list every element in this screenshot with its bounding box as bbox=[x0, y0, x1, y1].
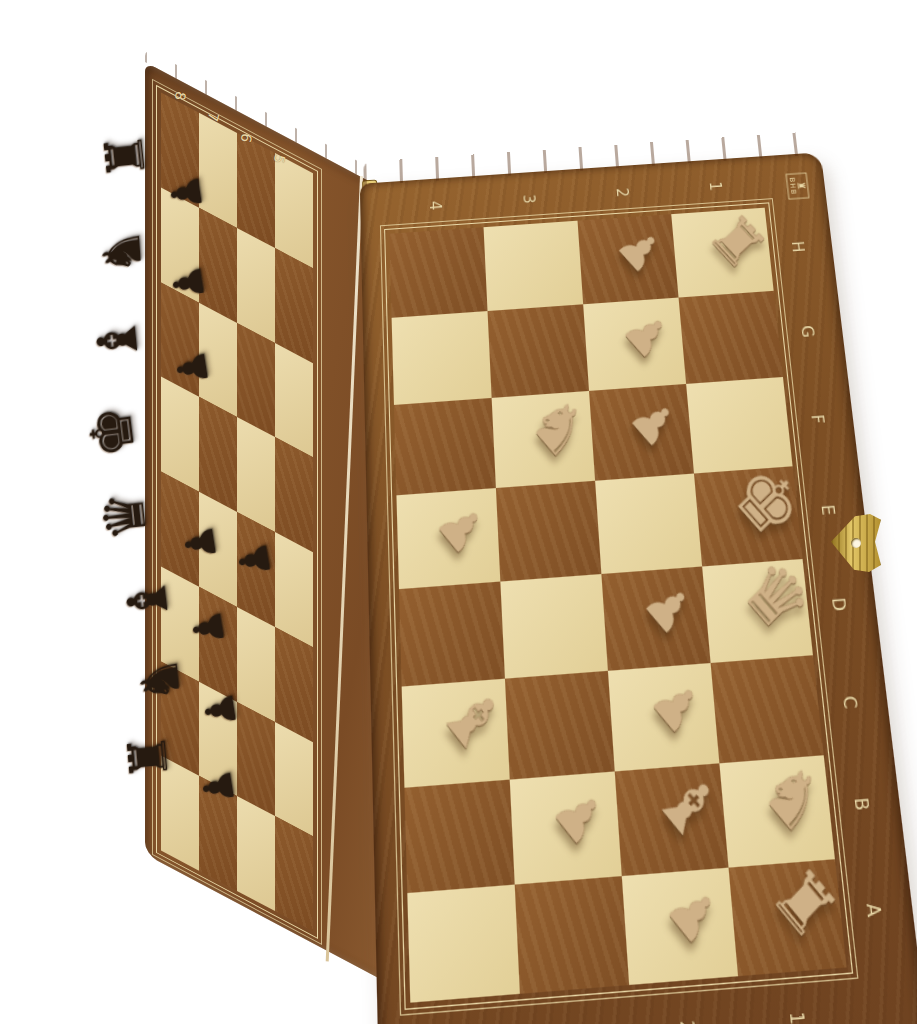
white-pawn-f2: ♟ bbox=[621, 389, 686, 456]
file-label-D: D bbox=[828, 597, 849, 612]
square-b2: ♝ bbox=[615, 763, 729, 876]
white-pawn-a2: ♟ bbox=[657, 874, 729, 955]
square-b1: ♞ bbox=[719, 755, 835, 867]
square-c4: ♝ bbox=[402, 679, 510, 788]
square-a2: ♟ bbox=[622, 868, 738, 985]
left-leaf-squares bbox=[161, 93, 313, 932]
bhb-text: BHB bbox=[788, 177, 797, 195]
rank-label-bottom-1: 1 bbox=[785, 1011, 807, 1024]
square-h2: ♟ bbox=[578, 214, 679, 304]
square-c1 bbox=[711, 655, 824, 763]
file-label-G: G bbox=[797, 325, 817, 339]
black-pawn-g7: ♟ bbox=[165, 262, 210, 304]
square-b3: ♟ bbox=[510, 771, 622, 884]
rank-label-top-1: 1 bbox=[706, 181, 725, 192]
white-rook-a1: ♜ bbox=[760, 855, 847, 954]
black-king-e8: ♚ bbox=[80, 403, 144, 462]
right-board-leaf: ♟♜♟♞♟♟♚♟♛♝♟♟♝♞♟♜ 43214321HGFEDCBA ♜ BHB bbox=[360, 152, 917, 1024]
file-label-A: A bbox=[862, 903, 884, 918]
black-pawn-f7: ♟ bbox=[169, 347, 214, 389]
white-pawn-h2: ♟ bbox=[608, 219, 671, 281]
square-g2: ♟ bbox=[583, 298, 686, 391]
square-a3 bbox=[515, 876, 629, 994]
square-a1: ♜ bbox=[729, 859, 847, 976]
square-g1 bbox=[679, 291, 783, 384]
square-a5 bbox=[275, 816, 313, 931]
square-g4 bbox=[392, 311, 492, 405]
square-h3 bbox=[484, 221, 584, 311]
square-b4 bbox=[404, 780, 514, 893]
black-rook-h8: ♜ bbox=[97, 130, 154, 182]
square-e4: ♟ bbox=[396, 488, 500, 589]
black-pawn-d7: ♟ bbox=[177, 522, 222, 564]
square-f4 bbox=[394, 398, 496, 495]
file-label-H: H bbox=[788, 241, 808, 254]
black-bishop-f8: ♝ bbox=[89, 313, 148, 367]
white-pawn-b3: ♟ bbox=[544, 778, 614, 856]
black-knight-b8: ♞ bbox=[132, 655, 188, 706]
square-d1: ♛ bbox=[702, 559, 813, 663]
black-queen-d8: ♛ bbox=[95, 488, 156, 544]
square-d3 bbox=[500, 574, 608, 679]
black-knight-g8: ♞ bbox=[94, 227, 149, 277]
square-d4 bbox=[399, 582, 505, 687]
file-label-B: B bbox=[850, 797, 872, 812]
square-c2: ♟ bbox=[608, 663, 719, 771]
scene: { "game": "chess", "scene": { "descripti… bbox=[0, 0, 917, 1024]
white-knight-b1: ♞ bbox=[749, 749, 837, 847]
file-label-F: F bbox=[807, 414, 827, 425]
square-e3 bbox=[496, 481, 601, 582]
rank-label-top-2: 2 bbox=[613, 187, 632, 198]
square-g3 bbox=[488, 304, 590, 398]
black-pawn-b7: ♟ bbox=[197, 689, 242, 731]
black-pawn-e5: ♟ bbox=[231, 539, 277, 581]
square-c3 bbox=[505, 671, 615, 780]
right-leaf-top-edge bbox=[363, 131, 815, 185]
board-grid: ♟♜♟♞♟♟♚♟♛♝♟♟♝♞♟♜ bbox=[389, 208, 846, 1003]
white-pawn-c2: ♟ bbox=[642, 669, 711, 744]
white-pawn-e4: ♟ bbox=[428, 494, 495, 564]
white-pawn-d2: ♟ bbox=[635, 572, 703, 644]
white-pawn-g2: ♟ bbox=[615, 303, 679, 368]
white-rook-h1: ♜ bbox=[699, 204, 775, 280]
rank-label-top-4: 4 bbox=[426, 200, 444, 211]
white-bishop-c4: ♝ bbox=[429, 672, 516, 767]
square-d2: ♟ bbox=[601, 566, 710, 670]
square-f2: ♟ bbox=[589, 384, 694, 481]
white-knight-f3: ♞ bbox=[518, 385, 600, 470]
black-pawn-h7: ♟ bbox=[163, 172, 208, 214]
square-f3: ♞ bbox=[492, 391, 595, 488]
square-e2 bbox=[595, 474, 702, 574]
square-h1: ♜ bbox=[671, 208, 773, 298]
black-bishop-c8: ♝ bbox=[118, 573, 177, 628]
square-a6 bbox=[237, 796, 275, 911]
black-pawn-c7: ♟ bbox=[185, 607, 230, 649]
bhb-maker-mark: ♜ BHB bbox=[786, 172, 810, 199]
rank-label-bottom-2: 2 bbox=[676, 1020, 698, 1024]
square-a4 bbox=[407, 885, 520, 1003]
file-label-E: E bbox=[817, 504, 837, 516]
black-rook-a8: ♜ bbox=[120, 732, 176, 783]
square-h4 bbox=[389, 227, 487, 318]
black-pawn-a7: ♟ bbox=[195, 766, 240, 808]
file-label-C: C bbox=[839, 695, 860, 709]
rank-label-top-3: 3 bbox=[519, 194, 538, 205]
